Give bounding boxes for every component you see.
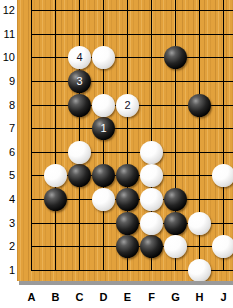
- row-label-7: 7: [0, 121, 15, 136]
- row-label-11: 11: [0, 27, 15, 42]
- stone-white-c10[interactable]: 4: [68, 46, 91, 69]
- move-number-2: 2: [124, 99, 130, 111]
- row-label-12: 12: [0, 3, 15, 18]
- grid-line-horizontal-10: [31, 57, 233, 58]
- stone-white-f3[interactable]: [140, 212, 163, 235]
- stone-black-d5[interactable]: [92, 164, 115, 187]
- stone-white-b5[interactable]: [44, 164, 67, 187]
- column-label-f: F: [144, 290, 160, 305]
- stone-black-e4[interactable]: [116, 188, 139, 211]
- stone-black-c5[interactable]: [68, 164, 91, 187]
- stone-black-g4[interactable]: [164, 188, 187, 211]
- move-number-4: 4: [76, 51, 82, 63]
- stone-white-d8[interactable]: [92, 94, 115, 117]
- stone-black-e3[interactable]: [116, 212, 139, 235]
- stone-white-j2[interactable]: [212, 235, 233, 258]
- stone-white-g2[interactable]: [164, 235, 187, 258]
- row-label-6: 6: [0, 145, 15, 160]
- go-board-screen: 3142 121110987654321 ABCDEFGHJ: [0, 0, 233, 308]
- stone-white-e8[interactable]: 2: [116, 94, 139, 117]
- column-label-c: C: [72, 290, 88, 305]
- move-number-3: 3: [76, 75, 82, 87]
- row-label-5: 5: [0, 168, 15, 183]
- row-label-10: 10: [0, 50, 15, 65]
- column-label-h: H: [192, 290, 208, 305]
- stone-black-f2[interactable]: [140, 235, 163, 258]
- stone-white-d10[interactable]: [92, 46, 115, 69]
- stone-white-h3[interactable]: [188, 212, 211, 235]
- grid-line-horizontal-7: [31, 128, 233, 129]
- row-label-8: 8: [0, 98, 15, 113]
- stone-white-d4[interactable]: [92, 188, 115, 211]
- column-label-d: D: [96, 290, 112, 305]
- stone-black-b4[interactable]: [44, 188, 67, 211]
- board-shadow: [19, 281, 233, 285]
- stone-white-f4[interactable]: [140, 188, 163, 211]
- row-label-1: 1: [0, 263, 15, 278]
- column-label-j: J: [216, 290, 232, 305]
- column-label-b: B: [48, 290, 64, 305]
- stone-black-e2[interactable]: [116, 235, 139, 258]
- grid-line-vertical-J: [223, 0, 224, 271]
- column-label-a: A: [24, 290, 40, 305]
- row-label-4: 4: [0, 192, 15, 207]
- stone-white-f5[interactable]: [140, 164, 163, 187]
- stone-black-d7[interactable]: 1: [92, 117, 115, 140]
- row-label-3: 3: [0, 216, 15, 231]
- go-board[interactable]: 3142: [17, 0, 233, 281]
- column-label-g: G: [168, 290, 184, 305]
- stone-white-h1[interactable]: [188, 259, 211, 282]
- row-label-2: 2: [0, 239, 15, 254]
- grid-line-horizontal-12: [31, 10, 233, 11]
- stone-white-j5[interactable]: [212, 164, 233, 187]
- stone-black-e5[interactable]: [116, 164, 139, 187]
- stone-black-g10[interactable]: [164, 46, 187, 69]
- column-label-e: E: [120, 290, 136, 305]
- grid-line-horizontal-6: [31, 152, 233, 153]
- stone-black-h8[interactable]: [188, 94, 211, 117]
- stone-black-g3[interactable]: [164, 212, 187, 235]
- stone-black-c8[interactable]: [68, 94, 91, 117]
- stone-white-f6[interactable]: [140, 141, 163, 164]
- grid-line-vertical-C: [79, 0, 80, 271]
- row-label-9: 9: [0, 74, 15, 89]
- stone-black-c9[interactable]: 3: [68, 70, 91, 93]
- move-number-1: 1: [100, 122, 106, 134]
- grid-line-vertical-A: [31, 0, 32, 271]
- stone-white-c6[interactable]: [68, 141, 91, 164]
- grid-line-horizontal-11: [31, 34, 233, 35]
- grid-line-horizontal-9: [31, 81, 233, 82]
- grid-line-vertical-B: [55, 0, 56, 271]
